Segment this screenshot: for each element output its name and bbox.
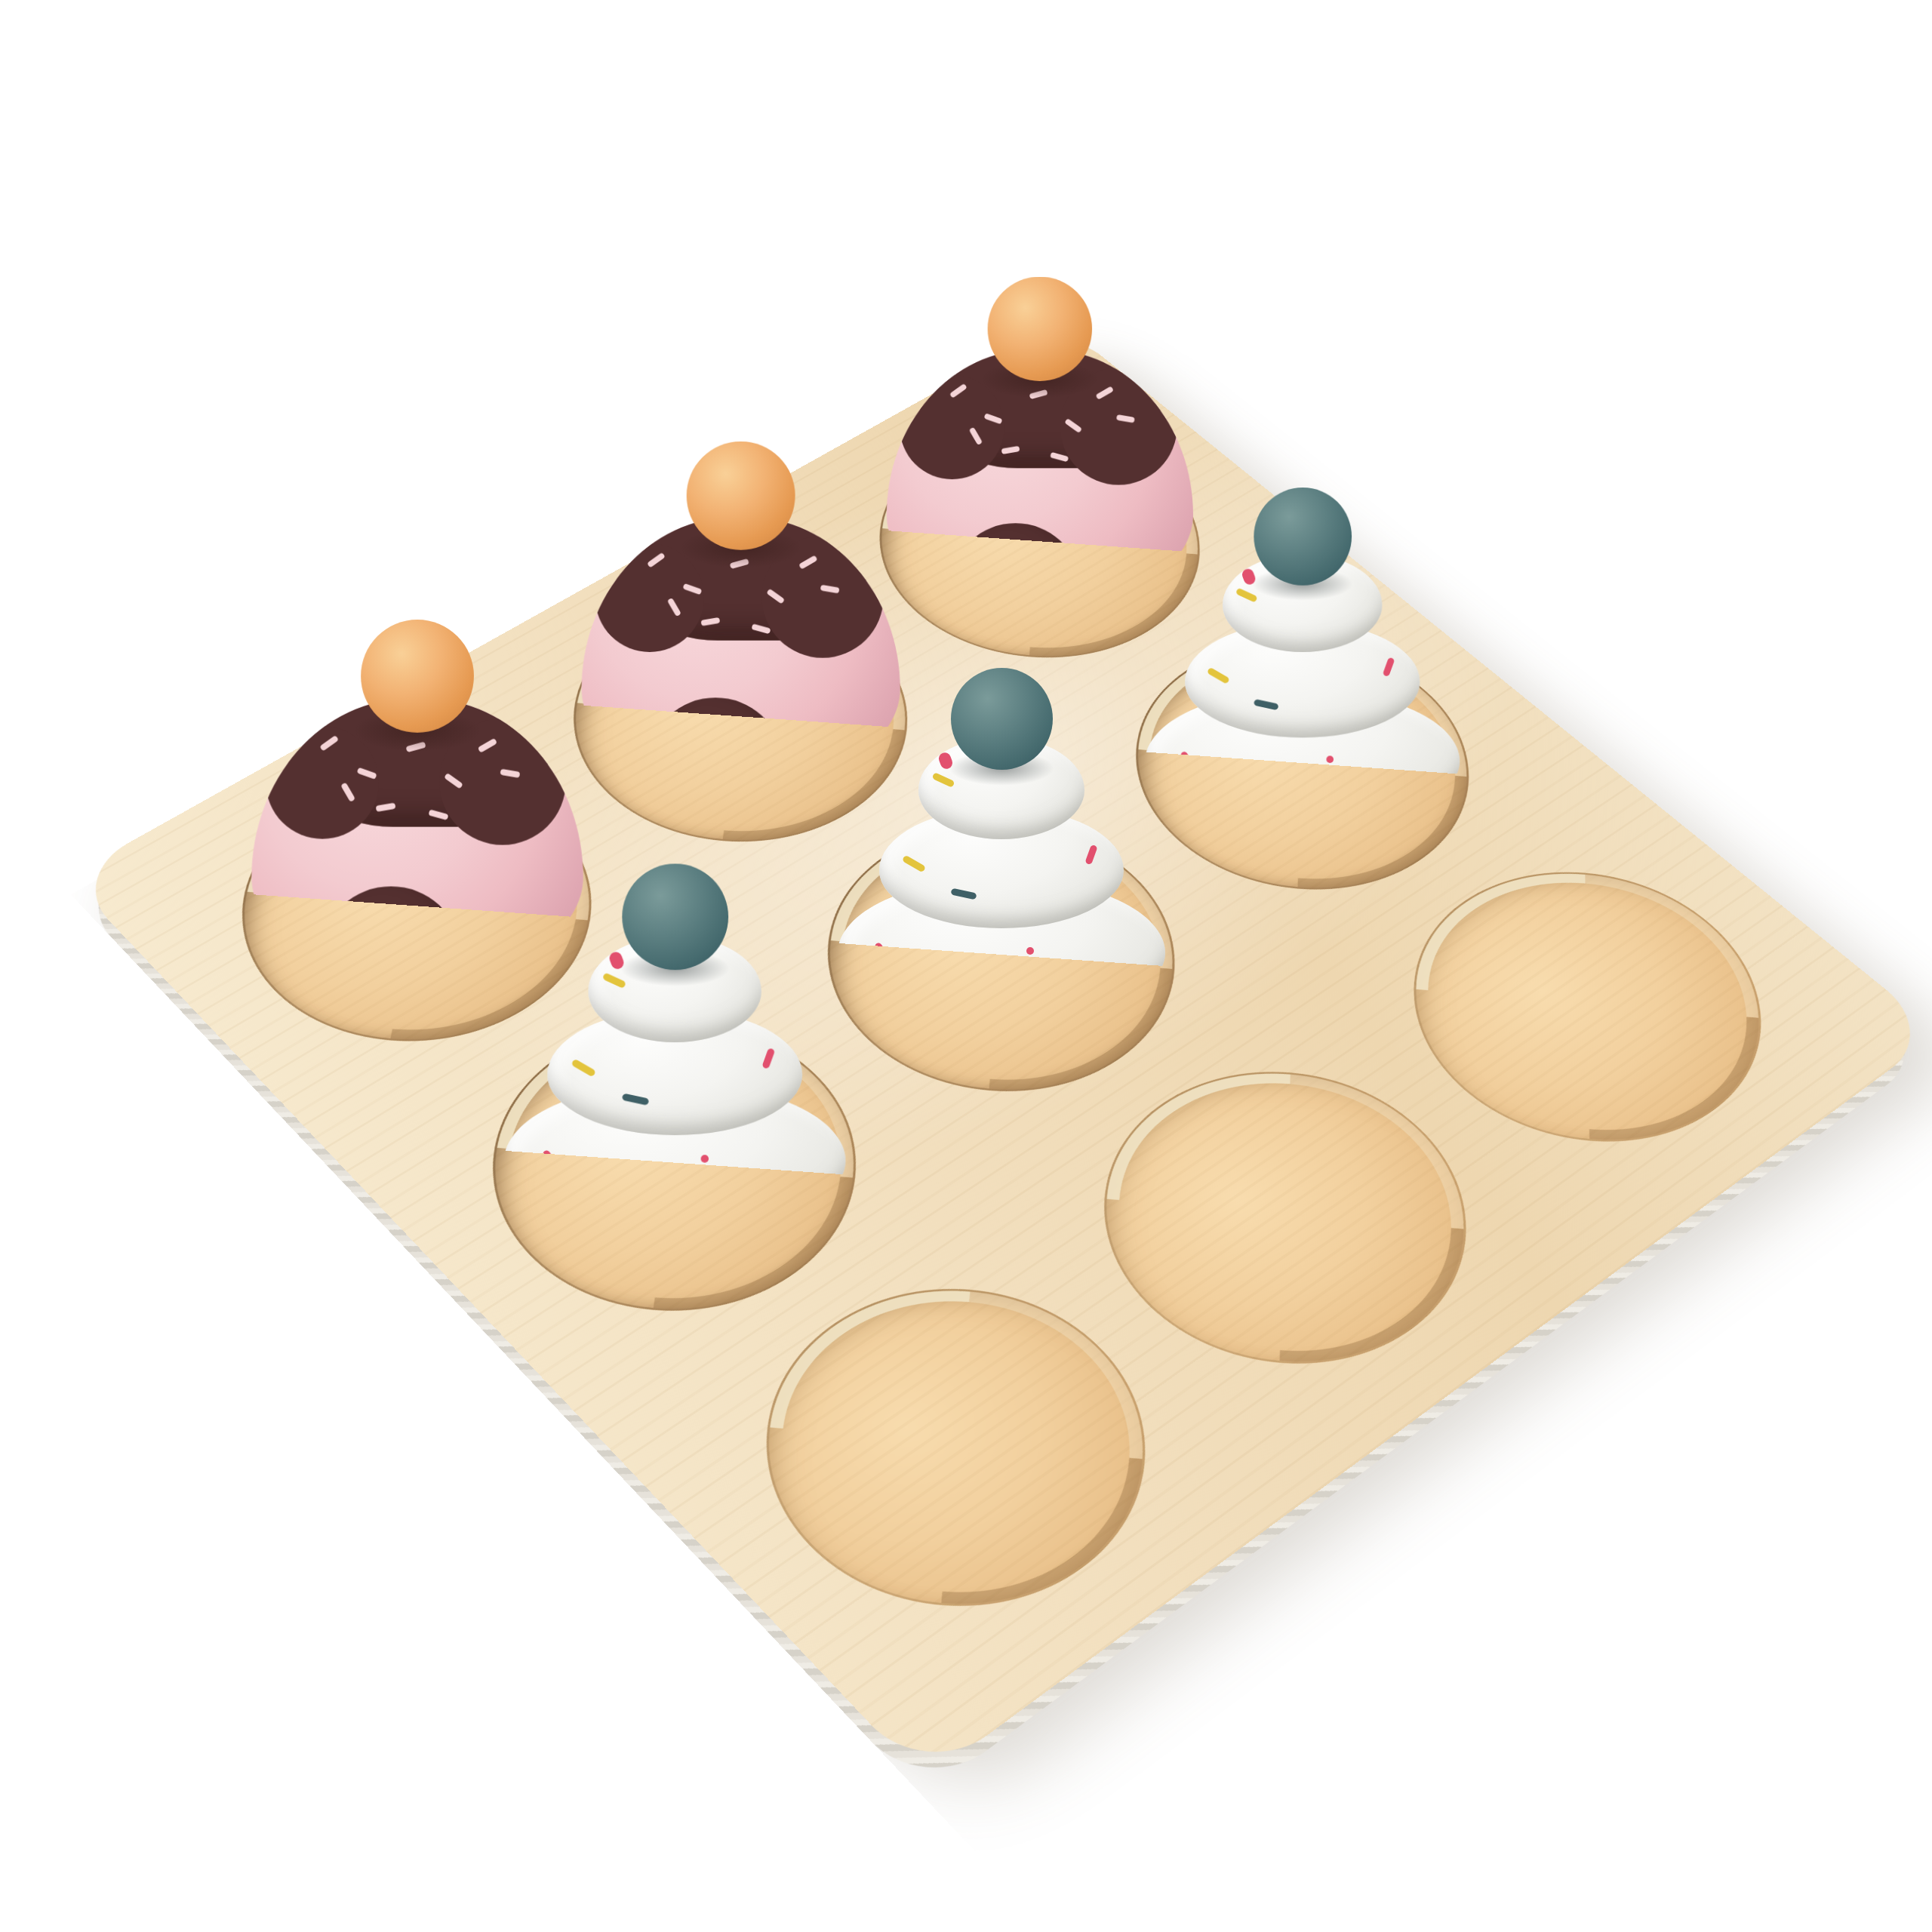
orange-ball-topper (361, 620, 474, 733)
sprinkle (1084, 844, 1097, 866)
orange-ball-topper (988, 277, 1092, 381)
sprinkle (701, 1155, 709, 1162)
teal-ball-topper (1254, 488, 1352, 586)
sprinkle (1026, 947, 1034, 955)
sprinkle (622, 1093, 650, 1106)
sprinkle (571, 1059, 596, 1078)
sprinkle (950, 888, 977, 900)
board-grid (68, 322, 1932, 1781)
cake-board (68, 322, 1932, 1781)
teal-ball-topper (622, 863, 728, 970)
sprinkle (761, 1048, 775, 1069)
orange-ball-topper (687, 441, 795, 550)
scene (0, 0, 1932, 1932)
teal-ball-topper (951, 668, 1053, 770)
sprinkle (902, 855, 926, 873)
board-cell[interactable] (980, 979, 1591, 1470)
